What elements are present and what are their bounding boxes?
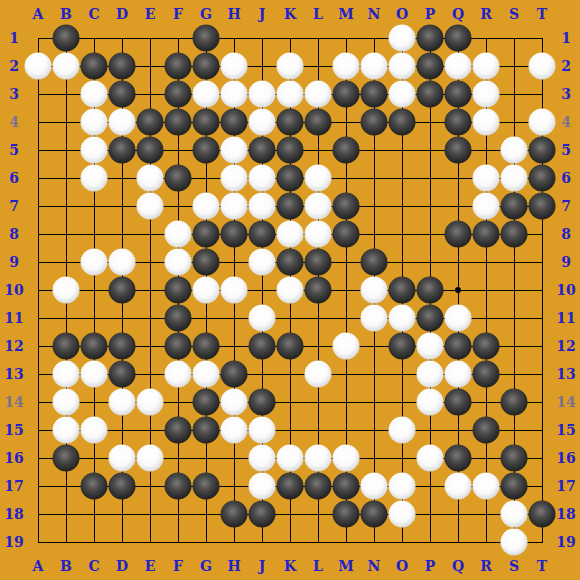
- row-label-left-13: 13: [4, 367, 23, 381]
- black-stone-D13[interactable]: [109, 361, 136, 388]
- column-label-top-S: S: [509, 7, 519, 21]
- black-stone-M3[interactable]: [333, 81, 360, 108]
- black-stone-G4[interactable]: [193, 109, 220, 136]
- black-stone-H18[interactable]: [221, 501, 248, 528]
- white-stone-H6[interactable]: [221, 165, 248, 192]
- white-stone-M12[interactable]: [333, 333, 360, 360]
- white-stone-C6[interactable]: [81, 165, 108, 192]
- column-label-bottom-G: G: [200, 559, 212, 573]
- black-stone-Q14[interactable]: [445, 389, 472, 416]
- row-label-left-6: 6: [9, 171, 19, 185]
- black-stone-Q5[interactable]: [445, 137, 472, 164]
- column-label-bottom-T: T: [537, 559, 547, 573]
- white-stone-J4[interactable]: [249, 109, 276, 136]
- column-label-top-M: M: [338, 7, 354, 21]
- column-label-top-J: J: [259, 7, 266, 21]
- black-stone-Q16[interactable]: [445, 445, 472, 472]
- white-stone-O1[interactable]: [389, 25, 416, 52]
- white-stone-L8[interactable]: [305, 221, 332, 248]
- row-label-right-17: 17: [556, 479, 575, 493]
- hoshi-point-Q10: [455, 287, 461, 293]
- white-stone-B2[interactable]: [53, 53, 80, 80]
- column-label-top-F: F: [173, 7, 183, 21]
- white-stone-E14[interactable]: [137, 389, 164, 416]
- white-stone-L16[interactable]: [305, 445, 332, 472]
- white-stone-J17[interactable]: [249, 473, 276, 500]
- black-stone-M8[interactable]: [333, 221, 360, 248]
- black-stone-R12[interactable]: [473, 333, 500, 360]
- white-stone-C9[interactable]: [81, 249, 108, 276]
- black-stone-F11[interactable]: [165, 305, 192, 332]
- white-stone-S5[interactable]: [501, 137, 528, 164]
- black-stone-G5[interactable]: [193, 137, 220, 164]
- black-stone-G8[interactable]: [193, 221, 220, 248]
- white-stone-H7[interactable]: [221, 193, 248, 220]
- white-stone-J6[interactable]: [249, 165, 276, 192]
- white-stone-R3[interactable]: [473, 81, 500, 108]
- white-stone-O15[interactable]: [389, 417, 416, 444]
- row-label-right-14: 14: [556, 395, 575, 409]
- row-label-right-15: 15: [556, 423, 575, 437]
- black-stone-S7[interactable]: [501, 193, 528, 220]
- row-label-right-18: 18: [556, 507, 575, 521]
- white-stone-O18[interactable]: [389, 501, 416, 528]
- white-stone-B10[interactable]: [53, 277, 80, 304]
- column-label-top-N: N: [368, 7, 381, 21]
- white-stone-C13[interactable]: [81, 361, 108, 388]
- row-label-right-7: 7: [561, 199, 571, 213]
- white-stone-S19[interactable]: [501, 529, 528, 556]
- black-stone-R8[interactable]: [473, 221, 500, 248]
- row-label-left-1: 1: [9, 31, 19, 45]
- black-stone-N9[interactable]: [361, 249, 388, 276]
- white-stone-R4[interactable]: [473, 109, 500, 136]
- black-stone-G14[interactable]: [193, 389, 220, 416]
- black-stone-C2[interactable]: [81, 53, 108, 80]
- black-stone-K5[interactable]: [277, 137, 304, 164]
- black-stone-H4[interactable]: [221, 109, 248, 136]
- black-stone-D17[interactable]: [109, 473, 136, 500]
- white-stone-K3[interactable]: [277, 81, 304, 108]
- column-label-bottom-R: R: [480, 559, 492, 573]
- black-stone-K9[interactable]: [277, 249, 304, 276]
- black-stone-Q3[interactable]: [445, 81, 472, 108]
- column-label-top-P: P: [425, 7, 436, 21]
- black-stone-S16[interactable]: [501, 445, 528, 472]
- black-stone-G9[interactable]: [193, 249, 220, 276]
- white-stone-R17[interactable]: [473, 473, 500, 500]
- column-label-top-C: C: [88, 7, 99, 21]
- black-stone-C12[interactable]: [81, 333, 108, 360]
- column-label-top-O: O: [396, 7, 408, 21]
- black-stone-G2[interactable]: [193, 53, 220, 80]
- white-stone-C15[interactable]: [81, 417, 108, 444]
- column-label-top-Q: Q: [452, 7, 464, 21]
- white-stone-N10[interactable]: [361, 277, 388, 304]
- row-label-right-10: 10: [556, 283, 575, 297]
- white-stone-G3[interactable]: [193, 81, 220, 108]
- white-stone-G10[interactable]: [193, 277, 220, 304]
- column-label-top-A: A: [33, 7, 44, 21]
- white-stone-T4[interactable]: [529, 109, 556, 136]
- black-stone-N3[interactable]: [361, 81, 388, 108]
- black-stone-N18[interactable]: [361, 501, 388, 528]
- row-label-right-1: 1: [561, 31, 571, 45]
- column-label-top-H: H: [227, 7, 240, 21]
- white-stone-R2[interactable]: [473, 53, 500, 80]
- white-stone-K8[interactable]: [277, 221, 304, 248]
- white-stone-L13[interactable]: [305, 361, 332, 388]
- white-stone-D9[interactable]: [109, 249, 136, 276]
- black-stone-S17[interactable]: [501, 473, 528, 500]
- black-stone-T18[interactable]: [529, 501, 556, 528]
- white-stone-B14[interactable]: [53, 389, 80, 416]
- white-stone-B15[interactable]: [53, 417, 80, 444]
- black-stone-C17[interactable]: [81, 473, 108, 500]
- white-stone-J16[interactable]: [249, 445, 276, 472]
- row-label-right-19: 19: [556, 535, 575, 549]
- black-stone-B1[interactable]: [53, 25, 80, 52]
- row-label-right-16: 16: [556, 451, 575, 465]
- column-label-bottom-K: K: [284, 559, 296, 573]
- row-label-left-7: 7: [9, 199, 19, 213]
- black-stone-B12[interactable]: [53, 333, 80, 360]
- row-label-right-11: 11: [556, 311, 575, 325]
- column-label-bottom-F: F: [173, 559, 183, 573]
- black-stone-D10[interactable]: [109, 277, 136, 304]
- row-label-left-2: 2: [9, 59, 19, 73]
- row-label-left-17: 17: [4, 479, 23, 493]
- white-stone-D4[interactable]: [109, 109, 136, 136]
- row-label-left-16: 16: [4, 451, 23, 465]
- black-stone-D12[interactable]: [109, 333, 136, 360]
- white-stone-P12[interactable]: [417, 333, 444, 360]
- row-label-left-11: 11: [4, 311, 23, 325]
- row-label-left-4: 4: [9, 115, 19, 129]
- white-stone-L3[interactable]: [305, 81, 332, 108]
- black-stone-G1[interactable]: [193, 25, 220, 52]
- black-stone-L10[interactable]: [305, 277, 332, 304]
- black-stone-T6[interactable]: [529, 165, 556, 192]
- black-stone-K12[interactable]: [277, 333, 304, 360]
- row-label-left-10: 10: [4, 283, 23, 297]
- white-stone-J9[interactable]: [249, 249, 276, 276]
- white-stone-P16[interactable]: [417, 445, 444, 472]
- white-stone-R7[interactable]: [473, 193, 500, 220]
- row-label-left-9: 9: [9, 255, 19, 269]
- column-label-top-D: D: [116, 7, 128, 21]
- row-label-left-18: 18: [4, 507, 23, 521]
- black-stone-G17[interactable]: [193, 473, 220, 500]
- white-stone-F9[interactable]: [165, 249, 192, 276]
- row-label-left-14: 14: [4, 395, 23, 409]
- white-stone-O2[interactable]: [389, 53, 416, 80]
- column-label-bottom-S: S: [509, 559, 519, 573]
- black-stone-M18[interactable]: [333, 501, 360, 528]
- white-stone-M2[interactable]: [333, 53, 360, 80]
- black-stone-F12[interactable]: [165, 333, 192, 360]
- white-stone-S6[interactable]: [501, 165, 528, 192]
- white-stone-J11[interactable]: [249, 305, 276, 332]
- black-stone-D2[interactable]: [109, 53, 136, 80]
- column-label-bottom-Q: Q: [452, 559, 464, 573]
- white-stone-Q13[interactable]: [445, 361, 472, 388]
- white-stone-O17[interactable]: [389, 473, 416, 500]
- row-label-right-13: 13: [556, 367, 575, 381]
- black-stone-K4[interactable]: [277, 109, 304, 136]
- black-stone-M7[interactable]: [333, 193, 360, 220]
- row-label-right-9: 9: [561, 255, 571, 269]
- row-label-right-6: 6: [561, 171, 571, 185]
- white-stone-C5[interactable]: [81, 137, 108, 164]
- column-label-top-B: B: [60, 7, 72, 21]
- white-stone-D16[interactable]: [109, 445, 136, 472]
- black-stone-P1[interactable]: [417, 25, 444, 52]
- row-label-left-3: 3: [9, 87, 19, 101]
- black-stone-J12[interactable]: [249, 333, 276, 360]
- black-stone-J18[interactable]: [249, 501, 276, 528]
- white-stone-O11[interactable]: [389, 305, 416, 332]
- white-stone-H10[interactable]: [221, 277, 248, 304]
- black-stone-F3[interactable]: [165, 81, 192, 108]
- black-stone-F10[interactable]: [165, 277, 192, 304]
- row-label-left-8: 8: [9, 227, 19, 241]
- column-label-bottom-A: A: [33, 559, 44, 573]
- white-stone-H14[interactable]: [221, 389, 248, 416]
- black-stone-S8[interactable]: [501, 221, 528, 248]
- black-stone-J5[interactable]: [249, 137, 276, 164]
- black-stone-L17[interactable]: [305, 473, 332, 500]
- row-label-right-8: 8: [561, 227, 571, 241]
- black-stone-J14[interactable]: [249, 389, 276, 416]
- column-label-bottom-O: O: [396, 559, 408, 573]
- column-label-bottom-P: P: [425, 559, 436, 573]
- white-stone-H3[interactable]: [221, 81, 248, 108]
- row-label-right-3: 3: [561, 87, 571, 101]
- white-stone-E6[interactable]: [137, 165, 164, 192]
- column-label-bottom-B: B: [60, 559, 72, 573]
- black-stone-G12[interactable]: [193, 333, 220, 360]
- white-stone-C3[interactable]: [81, 81, 108, 108]
- black-stone-H13[interactable]: [221, 361, 248, 388]
- black-stone-Q12[interactable]: [445, 333, 472, 360]
- black-stone-D5[interactable]: [109, 137, 136, 164]
- black-stone-E5[interactable]: [137, 137, 164, 164]
- white-stone-C4[interactable]: [81, 109, 108, 136]
- black-stone-F2[interactable]: [165, 53, 192, 80]
- black-stone-Q8[interactable]: [445, 221, 472, 248]
- black-stone-O4[interactable]: [389, 109, 416, 136]
- column-label-top-T: T: [537, 7, 547, 21]
- black-stone-L9[interactable]: [305, 249, 332, 276]
- white-stone-A2[interactable]: [25, 53, 52, 80]
- column-label-bottom-H: H: [227, 559, 240, 573]
- white-stone-G7[interactable]: [193, 193, 220, 220]
- go-board-screen: AABBCCDDEEFFGGHHJJKKLLMMNNOOPPQQRRSSTT11…: [0, 0, 580, 580]
- black-stone-F4[interactable]: [165, 109, 192, 136]
- row-label-left-19: 19: [4, 535, 23, 549]
- white-stone-P13[interactable]: [417, 361, 444, 388]
- column-label-bottom-E: E: [145, 559, 156, 573]
- black-stone-F17[interactable]: [165, 473, 192, 500]
- column-label-bottom-L: L: [313, 559, 323, 573]
- black-stone-P11[interactable]: [417, 305, 444, 332]
- black-stone-Q4[interactable]: [445, 109, 472, 136]
- white-stone-K2[interactable]: [277, 53, 304, 80]
- black-stone-K17[interactable]: [277, 473, 304, 500]
- column-label-top-E: E: [145, 7, 156, 21]
- white-stone-F8[interactable]: [165, 221, 192, 248]
- black-stone-R13[interactable]: [473, 361, 500, 388]
- black-stone-O10[interactable]: [389, 277, 416, 304]
- white-stone-N2[interactable]: [361, 53, 388, 80]
- white-stone-K10[interactable]: [277, 277, 304, 304]
- white-stone-H5[interactable]: [221, 137, 248, 164]
- white-stone-O3[interactable]: [389, 81, 416, 108]
- white-stone-K16[interactable]: [277, 445, 304, 472]
- black-stone-N4[interactable]: [361, 109, 388, 136]
- black-stone-R15[interactable]: [473, 417, 500, 444]
- black-stone-E4[interactable]: [137, 109, 164, 136]
- white-stone-J3[interactable]: [249, 81, 276, 108]
- black-stone-D3[interactable]: [109, 81, 136, 108]
- white-stone-L6[interactable]: [305, 165, 332, 192]
- column-label-bottom-M: M: [338, 559, 354, 573]
- column-label-top-K: K: [284, 7, 296, 21]
- column-label-top-G: G: [200, 7, 212, 21]
- white-stone-F13[interactable]: [165, 361, 192, 388]
- white-stone-E16[interactable]: [137, 445, 164, 472]
- white-stone-Q17[interactable]: [445, 473, 472, 500]
- black-stone-P2[interactable]: [417, 53, 444, 80]
- white-stone-N17[interactable]: [361, 473, 388, 500]
- white-stone-M16[interactable]: [333, 445, 360, 472]
- white-stone-J7[interactable]: [249, 193, 276, 220]
- white-stone-H15[interactable]: [221, 417, 248, 444]
- black-stone-O12[interactable]: [389, 333, 416, 360]
- white-stone-E7[interactable]: [137, 193, 164, 220]
- black-stone-K7[interactable]: [277, 193, 304, 220]
- white-stone-T2[interactable]: [529, 53, 556, 80]
- black-stone-G15[interactable]: [193, 417, 220, 444]
- black-stone-L4[interactable]: [305, 109, 332, 136]
- black-stone-M5[interactable]: [333, 137, 360, 164]
- white-stone-L7[interactable]: [305, 193, 332, 220]
- white-stone-S18[interactable]: [501, 501, 528, 528]
- row-label-left-15: 15: [4, 423, 23, 437]
- column-label-bottom-J: J: [259, 559, 266, 573]
- black-stone-J8[interactable]: [249, 221, 276, 248]
- black-stone-P3[interactable]: [417, 81, 444, 108]
- column-label-bottom-C: C: [88, 559, 99, 573]
- black-stone-B16[interactable]: [53, 445, 80, 472]
- white-stone-H2[interactable]: [221, 53, 248, 80]
- row-label-right-2: 2: [561, 59, 571, 73]
- black-stone-K6[interactable]: [277, 165, 304, 192]
- white-stone-Q11[interactable]: [445, 305, 472, 332]
- white-stone-B13[interactable]: [53, 361, 80, 388]
- white-stone-J15[interactable]: [249, 417, 276, 444]
- black-stone-H8[interactable]: [221, 221, 248, 248]
- black-stone-F6[interactable]: [165, 165, 192, 192]
- black-stone-T5[interactable]: [529, 137, 556, 164]
- row-label-right-12: 12: [556, 339, 575, 353]
- column-label-top-R: R: [480, 7, 492, 21]
- white-stone-P14[interactable]: [417, 389, 444, 416]
- black-stone-P10[interactable]: [417, 277, 444, 304]
- black-stone-Q1[interactable]: [445, 25, 472, 52]
- row-label-right-5: 5: [561, 143, 571, 157]
- black-stone-M17[interactable]: [333, 473, 360, 500]
- white-stone-G13[interactable]: [193, 361, 220, 388]
- white-stone-N11[interactable]: [361, 305, 388, 332]
- row-label-left-5: 5: [9, 143, 19, 157]
- row-label-left-12: 12: [4, 339, 23, 353]
- black-stone-T7[interactable]: [529, 193, 556, 220]
- row-label-right-4: 4: [561, 115, 571, 129]
- white-stone-R6[interactable]: [473, 165, 500, 192]
- white-stone-Q2[interactable]: [445, 53, 472, 80]
- white-stone-D14[interactable]: [109, 389, 136, 416]
- column-label-bottom-N: N: [368, 559, 381, 573]
- black-stone-F15[interactable]: [165, 417, 192, 444]
- column-label-top-L: L: [313, 7, 323, 21]
- column-label-bottom-D: D: [116, 559, 128, 573]
- black-stone-S14[interactable]: [501, 389, 528, 416]
